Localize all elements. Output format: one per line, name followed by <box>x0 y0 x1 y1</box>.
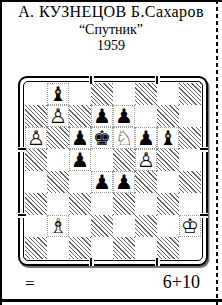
square-c1 <box>69 237 91 259</box>
black-pawn-icon: ♟ <box>91 171 113 193</box>
square-e2 <box>113 215 135 237</box>
scanned-study-page: А. КУЗНЕЦОВ Б.Сахаров “Спутник” 1959 ♝♙♟… <box>0 0 222 305</box>
square-g1 <box>157 237 179 259</box>
black-pawn-icon: ♟ <box>91 105 113 127</box>
stipulation-draw: = <box>25 274 35 294</box>
square-g7 <box>157 105 179 127</box>
square-f1 <box>135 237 157 259</box>
square-f7 <box>135 105 157 127</box>
square-c4 <box>69 171 91 193</box>
square-h7 <box>179 105 201 127</box>
square-f3 <box>135 193 157 215</box>
square-g3 <box>157 193 179 215</box>
study-authors: А. КУЗНЕЦОВ Б.Сахаров <box>2 3 220 21</box>
square-g8 <box>157 83 179 105</box>
square-a5 <box>25 149 47 171</box>
square-a4 <box>25 171 47 193</box>
square-c5: ♟ <box>69 149 91 171</box>
black-pawn-icon: ♟ <box>113 105 135 127</box>
square-b8: ♝ <box>47 83 69 105</box>
square-h1 <box>179 237 201 259</box>
frame-tick-right <box>200 147 208 152</box>
black-pawn-icon: ♟ <box>69 127 91 149</box>
frame-tick-top <box>89 76 94 84</box>
study-year: 1959 <box>2 38 220 54</box>
square-b3 <box>47 193 69 215</box>
square-a1 <box>25 237 47 259</box>
square-b2: ♗ <box>47 215 69 237</box>
square-h2: ♔ <box>179 215 201 237</box>
study-footer: = 6+10 <box>0 272 222 296</box>
square-a7 <box>25 105 47 127</box>
square-g2 <box>157 215 179 237</box>
black-pawn-icon: ♟ <box>69 149 91 171</box>
square-a8 <box>25 83 47 105</box>
square-d6: ♚ <box>91 127 113 149</box>
frame-tick-bottom <box>89 258 94 266</box>
square-d3 <box>91 193 113 215</box>
square-c6: ♟ <box>69 127 91 149</box>
chess-board: ♝♙♟♟♙♟♚♘♟♝♟♙♟♟♗♔ <box>25 83 201 259</box>
square-c3 <box>69 193 91 215</box>
frame-tick-top <box>155 76 160 84</box>
white-king-icon: ♔ <box>179 215 201 237</box>
black-pawn-icon: ♟ <box>135 127 157 149</box>
square-e5 <box>113 149 135 171</box>
square-e8 <box>113 83 135 105</box>
square-h8 <box>179 83 201 105</box>
square-e1 <box>113 237 135 259</box>
square-h3 <box>179 193 201 215</box>
piece-count: 6+10 <box>163 272 200 293</box>
square-g4 <box>157 171 179 193</box>
square-c8 <box>69 83 91 105</box>
chess-board-inner-frame: ♝♙♟♟♙♟♚♘♟♝♟♙♟♟♗♔ <box>23 81 203 261</box>
black-king-icon: ♚ <box>91 127 113 149</box>
study-source: “Спутник” <box>2 21 220 38</box>
square-c2 <box>69 215 91 237</box>
square-f8 <box>135 83 157 105</box>
frame-tick-right <box>200 213 208 218</box>
square-c7 <box>69 105 91 127</box>
square-d7: ♟ <box>91 105 113 127</box>
square-b4 <box>47 171 69 193</box>
square-f5: ♙ <box>135 149 157 171</box>
square-d4: ♟ <box>91 171 113 193</box>
square-b6 <box>47 127 69 149</box>
square-a3 <box>25 193 47 215</box>
black-pawn-icon: ♟ <box>113 171 135 193</box>
square-h4 <box>179 171 201 193</box>
white-pawn-icon: ♙ <box>47 105 69 127</box>
chess-board-frame: ♝♙♟♟♙♟♚♘♟♝♟♙♟♟♗♔ <box>18 76 208 266</box>
square-e7: ♟ <box>113 105 135 127</box>
white-pawn-icon: ♙ <box>135 149 157 171</box>
square-e6: ♘ <box>113 127 135 149</box>
frame-tick-bottom <box>155 258 160 266</box>
square-b7: ♙ <box>47 105 69 127</box>
black-bishop-icon: ♝ <box>157 127 179 149</box>
square-d2 <box>91 215 113 237</box>
square-d5 <box>91 149 113 171</box>
square-f6: ♟ <box>135 127 157 149</box>
square-f4 <box>135 171 157 193</box>
square-b1 <box>47 237 69 259</box>
square-a6: ♙ <box>25 127 47 149</box>
white-pawn-icon: ♙ <box>25 127 47 149</box>
square-a2 <box>25 215 47 237</box>
page-border-bottom <box>0 299 222 302</box>
white-knight-icon: ♘ <box>113 127 135 149</box>
square-g6: ♝ <box>157 127 179 149</box>
white-bishop-icon: ♗ <box>47 215 69 237</box>
square-d8 <box>91 83 113 105</box>
square-e4: ♟ <box>113 171 135 193</box>
square-g5 <box>157 149 179 171</box>
square-h5 <box>179 149 201 171</box>
square-e3 <box>113 193 135 215</box>
study-header: А. КУЗНЕЦОВ Б.Сахаров “Спутник” 1959 <box>2 3 220 54</box>
page-border-top <box>0 0 222 2</box>
black-bishop-icon: ♝ <box>47 83 69 105</box>
square-d1 <box>91 237 113 259</box>
square-f2 <box>135 215 157 237</box>
frame-tick-left <box>18 213 26 218</box>
square-h6 <box>179 127 201 149</box>
square-b5 <box>47 149 69 171</box>
